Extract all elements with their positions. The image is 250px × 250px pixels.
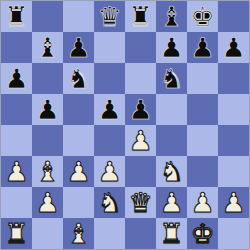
square-c2[interactable] [63, 187, 94, 218]
square-e7[interactable] [125, 32, 156, 63]
white-pawn-c3[interactable]: ♟ [66, 158, 90, 185]
white-king-g1[interactable]: ♚ [190, 220, 214, 247]
square-c5[interactable] [63, 94, 94, 125]
white-bishop-b3[interactable]: ♝ [35, 158, 59, 185]
white-pawn-a3[interactable]: ♟ [4, 158, 28, 185]
white-pawn-f2[interactable]: ♟ [159, 189, 183, 216]
square-b8[interactable] [32, 1, 63, 32]
square-a6[interactable]: ♟ [1, 63, 32, 94]
square-b5[interactable]: ♟ [32, 94, 63, 125]
black-bishop-b7[interactable]: ♝ [35, 34, 59, 61]
square-a7[interactable] [1, 32, 32, 63]
black-bishop-f8[interactable]: ♝ [159, 3, 183, 30]
black-pawn-g7[interactable]: ♟ [190, 34, 214, 61]
black-rook-a8[interactable]: ♜ [4, 3, 28, 30]
square-e1[interactable] [125, 218, 156, 249]
black-pawn-e5[interactable]: ♟ [128, 96, 152, 123]
white-pawn-h2[interactable]: ♟ [221, 189, 245, 216]
square-d8[interactable]: ♛ [94, 1, 125, 32]
square-e5[interactable]: ♟ [125, 94, 156, 125]
white-bishop-c1[interactable]: ♝ [66, 220, 90, 247]
square-e3[interactable] [125, 156, 156, 187]
square-f8[interactable]: ♝ [156, 1, 187, 32]
black-pawn-h7[interactable]: ♟ [221, 34, 245, 61]
square-f5[interactable] [156, 94, 187, 125]
square-h2[interactable]: ♟ [218, 187, 249, 218]
square-e6[interactable] [125, 63, 156, 94]
square-c6[interactable]: ♞ [63, 63, 94, 94]
square-f2[interactable]: ♟ [156, 187, 187, 218]
square-b2[interactable]: ♟ [32, 187, 63, 218]
square-d1[interactable] [94, 218, 125, 249]
square-e8[interactable]: ♜ [125, 1, 156, 32]
square-f7[interactable]: ♟ [156, 32, 187, 63]
square-f1[interactable]: ♜ [156, 218, 187, 249]
square-b3[interactable]: ♝ [32, 156, 63, 187]
square-h7[interactable]: ♟ [218, 32, 249, 63]
square-f4[interactable] [156, 125, 187, 156]
square-c7[interactable]: ♟ [63, 32, 94, 63]
square-c1[interactable]: ♝ [63, 218, 94, 249]
square-g1[interactable]: ♚ [187, 218, 218, 249]
square-g8[interactable]: ♚ [187, 1, 218, 32]
square-g6[interactable] [187, 63, 218, 94]
black-queen-d8[interactable]: ♛ [97, 3, 121, 30]
square-a8[interactable]: ♜ [1, 1, 32, 32]
square-b4[interactable] [32, 125, 63, 156]
square-h3[interactable] [218, 156, 249, 187]
square-d7[interactable] [94, 32, 125, 63]
square-e2[interactable]: ♛ [125, 187, 156, 218]
square-c3[interactable]: ♟ [63, 156, 94, 187]
square-e4[interactable]: ♟ [125, 125, 156, 156]
square-c4[interactable] [63, 125, 94, 156]
black-pawn-c7[interactable]: ♟ [66, 34, 90, 61]
black-knight-c6[interactable]: ♞ [66, 65, 90, 92]
square-a5[interactable] [1, 94, 32, 125]
black-pawn-b5[interactable]: ♟ [35, 96, 59, 123]
square-g7[interactable]: ♟ [187, 32, 218, 63]
square-b7[interactable]: ♝ [32, 32, 63, 63]
black-rook-e8[interactable]: ♜ [128, 3, 152, 30]
white-knight-d2[interactable]: ♞ [97, 189, 121, 216]
chess-board: ♜♛♜♝♚♝♟♟♟♟♟♞♞♟♟♟♟♟♝♟♟♞♟♞♛♟♟♟♜♝♜♚ [0, 0, 250, 250]
square-d2[interactable]: ♞ [94, 187, 125, 218]
square-a1[interactable]: ♜ [1, 218, 32, 249]
square-f6[interactable]: ♞ [156, 63, 187, 94]
white-pawn-b2[interactable]: ♟ [35, 189, 59, 216]
white-queen-e2[interactable]: ♛ [128, 189, 152, 216]
square-a3[interactable]: ♟ [1, 156, 32, 187]
white-pawn-e4[interactable]: ♟ [128, 127, 152, 154]
square-d6[interactable] [94, 63, 125, 94]
white-rook-a1[interactable]: ♜ [4, 220, 28, 247]
square-d4[interactable] [94, 125, 125, 156]
square-b6[interactable] [32, 63, 63, 94]
square-h5[interactable] [218, 94, 249, 125]
square-g3[interactable] [187, 156, 218, 187]
square-d3[interactable]: ♟ [94, 156, 125, 187]
white-pawn-g2[interactable]: ♟ [190, 189, 214, 216]
square-c8[interactable] [63, 1, 94, 32]
square-b1[interactable] [32, 218, 63, 249]
white-rook-f1[interactable]: ♜ [159, 220, 183, 247]
black-pawn-a6[interactable]: ♟ [4, 65, 28, 92]
white-knight-f3[interactable]: ♞ [159, 158, 183, 185]
black-king-g8[interactable]: ♚ [190, 3, 214, 30]
square-g5[interactable] [187, 94, 218, 125]
square-h8[interactable] [218, 1, 249, 32]
square-a4[interactable] [1, 125, 32, 156]
square-d5[interactable]: ♟ [94, 94, 125, 125]
square-h4[interactable] [218, 125, 249, 156]
black-pawn-d5[interactable]: ♟ [97, 96, 121, 123]
square-a2[interactable] [1, 187, 32, 218]
square-g2[interactable]: ♟ [187, 187, 218, 218]
square-g4[interactable] [187, 125, 218, 156]
white-pawn-d3[interactable]: ♟ [97, 158, 121, 185]
square-h6[interactable] [218, 63, 249, 94]
black-pawn-f7[interactable]: ♟ [159, 34, 183, 61]
black-knight-f6[interactable]: ♞ [159, 65, 183, 92]
square-f3[interactable]: ♞ [156, 156, 187, 187]
square-h1[interactable] [218, 218, 249, 249]
